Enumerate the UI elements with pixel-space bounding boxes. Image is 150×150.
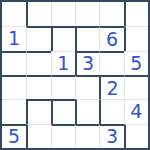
cell-r5c1[interactable]: [2, 99, 26, 123]
cell-r5c3[interactable]: [51, 99, 75, 123]
cell-r3c2[interactable]: [26, 51, 50, 75]
cell-r2c4[interactable]: [75, 26, 99, 50]
cell-r3c1[interactable]: [2, 51, 26, 75]
cell-r1c5[interactable]: [99, 2, 123, 26]
cell-r5c5[interactable]: [99, 99, 123, 123]
cell-r3c5[interactable]: [99, 51, 123, 75]
cell-r4c6[interactable]: [124, 75, 148, 99]
cell-r2c6[interactable]: [124, 26, 148, 50]
cell-r1c3[interactable]: [51, 2, 75, 26]
cell-r6c3[interactable]: [51, 124, 75, 148]
cell-r4c5[interactable]: 2: [99, 75, 123, 99]
cell-r3c4[interactable]: 3: [75, 51, 99, 75]
cell-r6c5[interactable]: 3: [99, 124, 123, 148]
cell-r4c1[interactable]: [2, 75, 26, 99]
puzzle-board: 161352453: [0, 0, 150, 150]
cell-r1c6[interactable]: [124, 2, 148, 26]
cell-r6c6[interactable]: [124, 124, 148, 148]
cell-r4c2[interactable]: [26, 75, 50, 99]
cell-r4c4[interactable]: [75, 75, 99, 99]
cell-r2c2[interactable]: [26, 26, 50, 50]
cell-r1c1[interactable]: [2, 2, 26, 26]
cell-r2c5[interactable]: 6: [99, 26, 123, 50]
cell-r3c3[interactable]: 1: [51, 51, 75, 75]
cell-r2c3[interactable]: [51, 26, 75, 50]
cell-r5c4[interactable]: [75, 99, 99, 123]
cell-r4c3[interactable]: [51, 75, 75, 99]
cell-r6c2[interactable]: [26, 124, 50, 148]
cell-r1c2[interactable]: [26, 2, 50, 26]
cell-r5c2[interactable]: [26, 99, 50, 123]
cell-r6c1[interactable]: 5: [2, 124, 26, 148]
cell-r2c1[interactable]: 1: [2, 26, 26, 50]
cell-r6c4[interactable]: [75, 124, 99, 148]
cell-r1c4[interactable]: [75, 2, 99, 26]
cell-r5c6[interactable]: 4: [124, 99, 148, 123]
cell-r3c6[interactable]: 5: [124, 51, 148, 75]
